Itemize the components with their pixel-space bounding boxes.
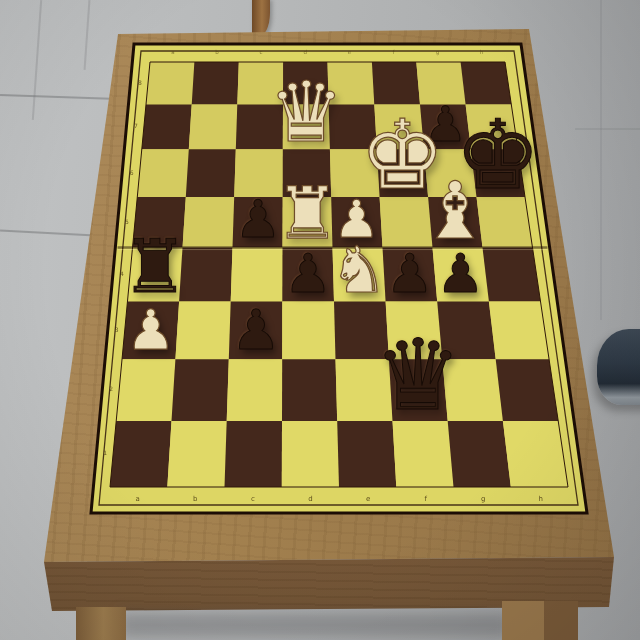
photo-scene: aabbccddeeffgghh12345678 ♛♟♚♚♟♜♟♝♜♟♞♟♟♟♟…	[0, 0, 640, 640]
piece-black-pawn-f4[interactable]: ♟	[386, 247, 434, 300]
file-label-top-d: d	[303, 49, 307, 55]
rank-label-8: 8	[138, 79, 142, 86]
square-c4[interactable]	[231, 248, 283, 302]
rank-label-6: 6	[130, 169, 134, 176]
rank-label-2: 2	[109, 385, 113, 392]
rank-label-3: 3	[115, 326, 119, 333]
square-c1[interactable]	[225, 421, 283, 487]
piece-white-bishop-g5[interactable]: ♝	[420, 172, 491, 251]
file-label-d: d	[308, 495, 312, 503]
square-b3[interactable]	[175, 302, 230, 360]
square-c2[interactable]	[227, 359, 283, 421]
file-label-a: a	[136, 495, 140, 503]
square-d2[interactable]	[282, 359, 337, 421]
square-h4[interactable]	[483, 248, 541, 302]
file-label-top-h: h	[480, 49, 484, 55]
piece-white-knight-e4[interactable]: ♞	[330, 238, 387, 302]
file-label-top-b: b	[215, 49, 219, 55]
piece-white-queen-d7[interactable]: ♛	[269, 71, 344, 155]
piece-black-queen-f2[interactable]: ♛	[374, 327, 462, 425]
square-h2[interactable]	[496, 359, 559, 421]
square-d3[interactable]	[282, 302, 335, 360]
file-label-top-g: g	[436, 49, 440, 56]
file-label-e: e	[366, 495, 370, 503]
piece-black-pawn-c3[interactable]: ♟	[231, 302, 280, 357]
file-label-c: c	[251, 495, 255, 503]
rank-label-7: 7	[134, 122, 138, 129]
square-h3[interactable]	[489, 302, 549, 360]
square-b1[interactable]	[167, 421, 226, 487]
square-b2[interactable]	[172, 359, 229, 421]
square-a1[interactable]	[110, 421, 172, 487]
file-label-top-c: c	[260, 49, 263, 55]
rank-label-1: 1	[103, 449, 107, 456]
piece-black-rook-a4[interactable]: ♜	[122, 230, 188, 304]
file-label-b: b	[193, 495, 198, 503]
file-label-top-a: a	[171, 49, 174, 55]
square-a2[interactable]	[116, 359, 175, 421]
square-h1[interactable]	[503, 421, 568, 487]
piece-black-pawn-g4[interactable]: ♟	[437, 247, 485, 300]
piece-white-pawn-a3[interactable]: ♟	[126, 302, 175, 357]
file-label-h: h	[539, 495, 543, 503]
square-d1[interactable]	[282, 421, 339, 487]
file-label-g: g	[481, 495, 485, 503]
piece-black-pawn-d4[interactable]: ♟	[284, 247, 332, 300]
